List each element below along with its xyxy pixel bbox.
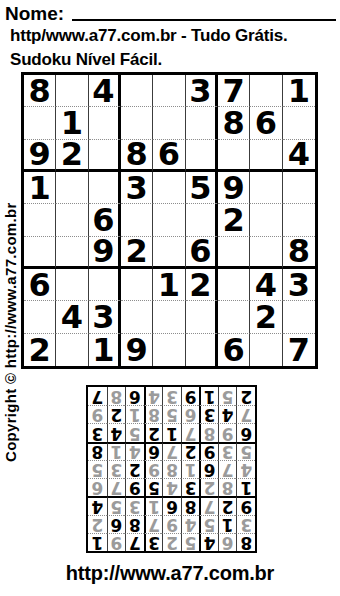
- solution-cell-r2c2: 1: [218, 515, 237, 533]
- puzzle-cell-r5c4: [121, 204, 153, 236]
- solution-cell-r7c4: 7: [181, 423, 200, 441]
- solution-cell-r6c6: 6: [144, 442, 163, 460]
- puzzle-cell-r9c8: [250, 334, 282, 366]
- puzzle-cell-r1c3: 4: [89, 75, 121, 107]
- puzzle-cell-r4c5: [153, 172, 185, 204]
- solution-cell-r1c7: 7: [125, 533, 144, 551]
- puzzle-cell-r4c7: 9: [218, 172, 250, 204]
- puzzle-cell-r5c9: [283, 204, 315, 236]
- solution-cell-r2c7: 8: [125, 515, 144, 533]
- puzzle-cell-r3c7: [218, 140, 250, 172]
- solution-cell-r9c7: 6: [125, 387, 144, 405]
- solution-cell-r8c1: 7: [236, 405, 255, 423]
- solution-cell-r8c5: 5: [162, 405, 181, 423]
- puzzle-cell-r6c7: [218, 237, 250, 269]
- puzzle-cell-r1c6: 3: [186, 75, 218, 107]
- puzzle-cell-r1c5: [153, 75, 185, 107]
- puzzle-cell-r1c1: 8: [24, 75, 56, 107]
- solution-cell-r3c5: 6: [162, 496, 181, 514]
- puzzle-cell-r1c9: 1: [283, 75, 315, 107]
- solution-cell-r5c2: 7: [218, 460, 237, 478]
- solution-cell-r6c5: 7: [162, 442, 181, 460]
- solution-cell-r4c1: 1: [236, 478, 255, 496]
- solution-cell-r3c4: 8: [181, 496, 200, 514]
- solution-cell-r7c8: 4: [107, 423, 126, 441]
- puzzle-cell-r3c5: 6: [153, 140, 185, 172]
- puzzle-cell-r8c8: 2: [250, 301, 282, 333]
- footer-url: http://www.a77.com.br: [0, 562, 340, 585]
- solution-cell-r6c2: 3: [218, 442, 237, 460]
- puzzle-cell-r7c4: [121, 269, 153, 301]
- solution-cell-r9c8: 8: [107, 387, 126, 405]
- puzzle-cell-r1c8: [250, 75, 282, 107]
- name-label: Nome:: [5, 3, 64, 25]
- solution-cell-r3c2: 2: [218, 496, 237, 514]
- puzzle-cell-r4c2: [56, 172, 88, 204]
- solution-cell-r9c3: 1: [199, 387, 218, 405]
- solution-cell-r1c1: 8: [236, 533, 255, 551]
- solution-cell-r4c4: 3: [181, 478, 200, 496]
- solution-cell-r8c7: 1: [125, 405, 144, 423]
- solution-cell-r3c9: 4: [88, 496, 107, 514]
- solution-cell-r7c9: 3: [88, 423, 107, 441]
- puzzle-cell-r4c9: [283, 172, 315, 204]
- solution-cell-r2c9: 2: [88, 515, 107, 533]
- solution-cell-r8c3: 3: [199, 405, 218, 423]
- puzzle-cell-r3c6: [186, 140, 218, 172]
- solution-cell-r5c5: 8: [162, 460, 181, 478]
- solution-cell-r6c8: 1: [107, 442, 126, 460]
- sudoku-solution-grid: 8645237913154978629278613541823459764761…: [86, 385, 257, 553]
- puzzle-cell-r9c5: [153, 334, 185, 366]
- puzzle-cell-r9c4: 9: [121, 334, 153, 366]
- puzzle-cell-r9c3: 1: [89, 334, 121, 366]
- solution-cell-r2c1: 3: [236, 515, 255, 533]
- solution-cell-r9c1: 2: [236, 387, 255, 405]
- solution-cell-r7c5: 1: [162, 423, 181, 441]
- puzzle-cell-r9c9: 7: [283, 334, 315, 366]
- solution-cell-r5c1: 4: [236, 460, 255, 478]
- puzzle-cell-r3c3: [89, 140, 121, 172]
- solution-cell-r3c8: 5: [107, 496, 126, 514]
- puzzle-cell-r2c8: 6: [250, 107, 282, 139]
- puzzle-cell-r9c2: [56, 334, 88, 366]
- puzzle-cell-r8c2: 4: [56, 301, 88, 333]
- puzzle-cell-r6c4: 2: [121, 237, 153, 269]
- solution-cell-r2c8: 6: [107, 515, 126, 533]
- solution-cell-r3c6: 1: [144, 496, 163, 514]
- puzzle-cell-r4c3: [89, 172, 121, 204]
- puzzle-cell-r3c9: 4: [283, 140, 315, 172]
- puzzle-cell-r5c5: [153, 204, 185, 236]
- puzzle-cell-r6c9: 8: [283, 237, 315, 269]
- puzzle-cell-r3c2: 2: [56, 140, 88, 172]
- puzzle-cell-r8c9: [283, 301, 315, 333]
- solution-cell-r6c4: 2: [181, 442, 200, 460]
- solution-cell-r9c4: 9: [181, 387, 200, 405]
- solution-cell-r8c8: 2: [107, 405, 126, 423]
- solution-cell-r1c6: 3: [144, 533, 163, 551]
- puzzle-cell-r8c5: [153, 301, 185, 333]
- solution-cell-r4c2: 8: [218, 478, 237, 496]
- solution-cell-r7c7: 5: [125, 423, 144, 441]
- puzzle-cell-r8c1: [24, 301, 56, 333]
- puzzle-cell-r7c7: [218, 269, 250, 301]
- puzzle-cell-r4c6: 5: [186, 172, 218, 204]
- puzzle-cell-r5c3: 6: [89, 204, 121, 236]
- puzzle-cell-r9c1: 2: [24, 334, 56, 366]
- puzzle-cell-r1c4: [121, 75, 153, 107]
- solution-cell-r1c5: 2: [162, 533, 181, 551]
- puzzle-cell-r9c7: 6: [218, 334, 250, 366]
- puzzle-cell-r7c1: 6: [24, 269, 56, 301]
- puzzle-cell-r1c2: [56, 75, 88, 107]
- solution-cell-r5c3: 6: [199, 460, 218, 478]
- solution-cell-r8c4: 6: [181, 405, 200, 423]
- puzzle-cell-r4c4: 3: [121, 172, 153, 204]
- solution-cell-r1c4: 5: [181, 533, 200, 551]
- solution-cell-r5c6: 9: [144, 460, 163, 478]
- puzzle-cell-r7c6: 2: [186, 269, 218, 301]
- puzzle-cell-r5c2: [56, 204, 88, 236]
- solution-cell-r9c5: 3: [162, 387, 181, 405]
- puzzle-cell-r5c7: 2: [218, 204, 250, 236]
- puzzle-cell-r6c2: [56, 237, 88, 269]
- solution-cell-r8c2: 4: [218, 405, 237, 423]
- solution-cell-r4c7: 9: [125, 478, 144, 496]
- solution-cell-r6c1: 5: [236, 442, 255, 460]
- solution-cell-r2c5: 9: [162, 515, 181, 533]
- solution-cell-r8c9: 9: [88, 405, 107, 423]
- copyright-vertical-text: Copyright © http://www.a77.com.br: [2, 84, 20, 462]
- solution-cell-r2c4: 4: [181, 515, 200, 533]
- page-title: Sudoku Nível Fácil.: [10, 50, 162, 70]
- puzzle-cell-r1c7: 7: [218, 75, 250, 107]
- puzzle-cell-r4c1: 1: [24, 172, 56, 204]
- solution-cell-r6c7: 4: [125, 442, 144, 460]
- puzzle-cell-r2c6: [186, 107, 218, 139]
- puzzle-cell-r2c2: 1: [56, 107, 88, 139]
- site-headline: http/www.a77.com.br - Tudo Grátis.: [10, 26, 288, 46]
- solution-cell-r7c3: 8: [199, 423, 218, 441]
- puzzle-cell-r2c4: [121, 107, 153, 139]
- puzzle-cell-r9c6: [186, 334, 218, 366]
- puzzle-cell-r2c3: [89, 107, 121, 139]
- puzzle-cell-r7c5: 1: [153, 269, 185, 301]
- solution-cell-r4c3: 2: [199, 478, 218, 496]
- puzzle-cell-r2c9: [283, 107, 315, 139]
- puzzle-cell-r8c3: 3: [89, 301, 121, 333]
- solution-cell-r1c3: 4: [199, 533, 218, 551]
- puzzle-cell-r7c2: [56, 269, 88, 301]
- puzzle-cell-r5c6: [186, 204, 218, 236]
- puzzle-cell-r2c7: 8: [218, 107, 250, 139]
- solution-cell-r8c6: 8: [144, 405, 163, 423]
- puzzle-cell-r3c4: 8: [121, 140, 153, 172]
- solution-cell-r5c9: 5: [88, 460, 107, 478]
- puzzle-cell-r8c6: [186, 301, 218, 333]
- solution-cell-r3c3: 7: [199, 496, 218, 514]
- puzzle-cell-r8c4: [121, 301, 153, 333]
- puzzle-cell-r6c6: 6: [186, 237, 218, 269]
- solution-cell-r5c8: 3: [107, 460, 126, 478]
- puzzle-cell-r4c8: [250, 172, 282, 204]
- puzzle-cell-r7c9: 3: [283, 269, 315, 301]
- solution-cell-r4c8: 7: [107, 478, 126, 496]
- puzzle-cell-r8c7: [218, 301, 250, 333]
- solution-cell-r7c6: 2: [144, 423, 163, 441]
- puzzle-cell-r5c1: [24, 204, 56, 236]
- puzzle-cell-r6c5: [153, 237, 185, 269]
- puzzle-cell-r7c8: 4: [250, 269, 282, 301]
- puzzle-cell-r2c1: [24, 107, 56, 139]
- solution-cell-r3c1: 9: [236, 496, 255, 514]
- puzzle-cell-r3c1: 9: [24, 140, 56, 172]
- solution-cell-r4c6: 5: [144, 478, 163, 496]
- solution-cell-r2c3: 5: [199, 515, 218, 533]
- solution-cell-r7c1: 6: [236, 423, 255, 441]
- solution-cell-r1c9: 1: [88, 533, 107, 551]
- solution-cell-r4c5: 4: [162, 478, 181, 496]
- sudoku-puzzle-grid: 843711869286413596292686124343221967: [21, 72, 318, 369]
- puzzle-cell-r7c3: [89, 269, 121, 301]
- solution-cell-r5c7: 2: [125, 460, 144, 478]
- puzzle-cell-r5c8: [250, 204, 282, 236]
- puzzle-cell-r6c1: [24, 237, 56, 269]
- solution-cell-r9c6: 4: [144, 387, 163, 405]
- solution-cell-r9c9: 7: [88, 387, 107, 405]
- solution-cell-r4c9: 6: [88, 478, 107, 496]
- name-write-in-line: [72, 19, 336, 21]
- solution-cell-r3c7: 3: [125, 496, 144, 514]
- solution-cell-r1c8: 9: [107, 533, 126, 551]
- solution-cell-r2c6: 7: [144, 515, 163, 533]
- solution-cell-r5c4: 1: [181, 460, 200, 478]
- puzzle-cell-r6c3: 9: [89, 237, 121, 269]
- puzzle-cell-r2c5: [153, 107, 185, 139]
- puzzle-cell-r6c8: [250, 237, 282, 269]
- solution-cell-r7c2: 9: [218, 423, 237, 441]
- solution-cell-r6c3: 9: [199, 442, 218, 460]
- solution-cell-r1c2: 6: [218, 533, 237, 551]
- solution-cell-r6c9: 8: [88, 442, 107, 460]
- puzzle-cell-r3c8: [250, 140, 282, 172]
- solution-cell-r9c2: 5: [218, 387, 237, 405]
